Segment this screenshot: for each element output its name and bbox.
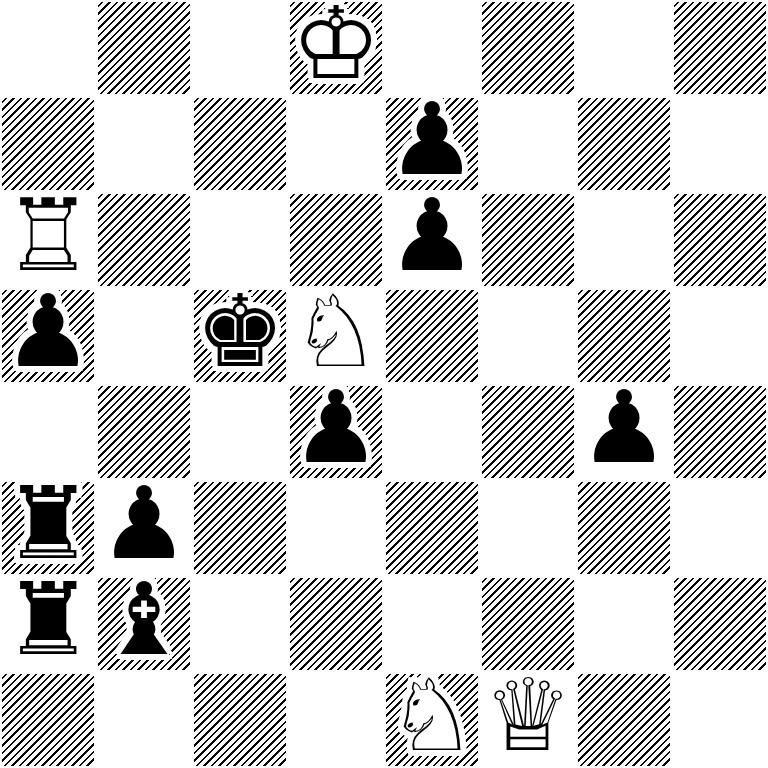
square-g8[interactable] [576,0,672,96]
piece-glyph: ♟ [96,476,192,572]
square-a2[interactable]: ♜ [0,576,96,672]
square-d4[interactable]: ♟ [288,384,384,480]
square-g7[interactable] [576,96,672,192]
square-a5[interactable]: ♟ [0,288,96,384]
piece-glyph: ♟ [576,380,672,476]
square-e6[interactable]: ♟ [384,192,480,288]
square-d5[interactable]: ♞♘ [288,288,384,384]
square-f6[interactable] [480,192,576,288]
black-pawn-piece[interactable]: ♟ [384,192,480,288]
square-b2[interactable]: ♝ [96,576,192,672]
piece-outline: ♘ [384,668,480,764]
piece-outline: ♖ [0,188,96,284]
white-knight-piece[interactable]: ♞♘ [384,672,480,768]
square-g2[interactable] [576,576,672,672]
square-h2[interactable] [672,576,768,672]
black-pawn-piece[interactable]: ♟ [576,384,672,480]
square-f1[interactable]: ♛♕ [480,672,576,768]
square-c3[interactable] [192,480,288,576]
square-d1[interactable] [288,672,384,768]
square-g4[interactable]: ♟ [576,384,672,480]
black-bishop-piece[interactable]: ♝ [96,576,192,672]
square-f8[interactable] [480,0,576,96]
square-c7[interactable] [192,96,288,192]
square-d8[interactable]: ♚♔ [288,0,384,96]
square-h1[interactable] [672,672,768,768]
piece-glyph: ♟ [384,92,480,188]
square-b7[interactable] [96,96,192,192]
piece-outline: ♔ [288,0,384,92]
square-b1[interactable] [96,672,192,768]
piece-glyph: ♟ [288,380,384,476]
square-e5[interactable] [384,288,480,384]
square-c1[interactable] [192,672,288,768]
piece-glyph: ♚ [192,284,288,380]
square-c8[interactable] [192,0,288,96]
black-king-piece[interactable]: ♚ [192,288,288,384]
black-pawn-piece[interactable]: ♟ [288,384,384,480]
square-h7[interactable] [672,96,768,192]
square-h3[interactable] [672,480,768,576]
square-e1[interactable]: ♞♘ [384,672,480,768]
square-h5[interactable] [672,288,768,384]
square-b8[interactable] [96,0,192,96]
square-a1[interactable] [0,672,96,768]
square-h4[interactable] [672,384,768,480]
square-d2[interactable] [288,576,384,672]
square-e4[interactable] [384,384,480,480]
square-f4[interactable] [480,384,576,480]
piece-glyph: ♟ [0,284,96,380]
white-rook-piece[interactable]: ♜♖ [0,192,96,288]
black-rook-piece[interactable]: ♜ [0,576,96,672]
piece-glyph: ♜ [0,476,96,572]
square-g6[interactable] [576,192,672,288]
square-c2[interactable] [192,576,288,672]
square-f5[interactable] [480,288,576,384]
square-c5[interactable]: ♚ [192,288,288,384]
square-b5[interactable] [96,288,192,384]
square-c4[interactable] [192,384,288,480]
white-king-piece[interactable]: ♚♔ [288,0,384,96]
square-a8[interactable] [0,0,96,96]
chess-board: ♚♔♟♜♖♟♟♚♞♘♟♟♜♟♜♝♞♘♛♕ [0,0,768,768]
black-pawn-piece[interactable]: ♟ [0,288,96,384]
piece-outline: ♕ [480,668,576,764]
piece-glyph: ♝ [96,572,192,668]
square-b6[interactable] [96,192,192,288]
white-knight-piece[interactable]: ♞♘ [288,288,384,384]
piece-outline: ♘ [288,284,384,380]
square-h6[interactable] [672,192,768,288]
white-queen-piece[interactable]: ♛♕ [480,672,576,768]
piece-glyph: ♟ [384,188,480,284]
square-d7[interactable] [288,96,384,192]
piece-glyph: ♜ [0,572,96,668]
square-h8[interactable] [672,0,768,96]
square-g3[interactable] [576,480,672,576]
square-a6[interactable]: ♜♖ [0,192,96,288]
square-f7[interactable] [480,96,576,192]
square-f3[interactable] [480,480,576,576]
square-g1[interactable] [576,672,672,768]
square-e3[interactable] [384,480,480,576]
square-d3[interactable] [288,480,384,576]
